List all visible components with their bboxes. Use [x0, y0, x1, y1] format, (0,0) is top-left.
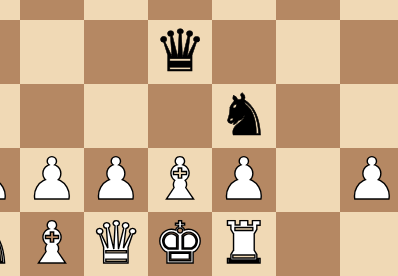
- square-h4[interactable]: [340, 20, 398, 84]
- white-queen[interactable]: ♛: [90, 211, 142, 275]
- square-g5[interactable]: [276, 0, 340, 20]
- white-knight[interactable]: ♞: [0, 211, 14, 275]
- square-f5[interactable]: [212, 0, 276, 20]
- square-c4[interactable]: [20, 20, 84, 84]
- square-d3[interactable]: [84, 84, 148, 148]
- white-rook[interactable]: ♜: [218, 211, 270, 275]
- black-knight[interactable]: ♞: [218, 83, 270, 147]
- white-pawn[interactable]: ♟: [90, 147, 142, 211]
- square-c2[interactable]: ♟: [20, 148, 84, 212]
- white-pawn[interactable]: ♟: [218, 147, 270, 211]
- square-b1[interactable]: ♞: [0, 212, 20, 276]
- square-e1[interactable]: ♚: [148, 212, 212, 276]
- square-g4[interactable]: [276, 20, 340, 84]
- square-g1[interactable]: [276, 212, 340, 276]
- square-d2[interactable]: ♟: [84, 148, 148, 212]
- square-f4[interactable]: [212, 20, 276, 84]
- square-h5[interactable]: [340, 0, 398, 20]
- square-d5[interactable]: [84, 0, 148, 20]
- square-c1[interactable]: ♝: [20, 212, 84, 276]
- square-f1[interactable]: ♜: [212, 212, 276, 276]
- square-b3[interactable]: [0, 84, 20, 148]
- white-pawn[interactable]: ♟: [346, 147, 398, 211]
- square-d1[interactable]: ♛: [84, 212, 148, 276]
- square-g3[interactable]: [276, 84, 340, 148]
- square-e2[interactable]: ♝: [148, 148, 212, 212]
- white-bishop[interactable]: ♝: [154, 147, 206, 211]
- square-e3[interactable]: [148, 84, 212, 148]
- square-f3[interactable]: ♞: [212, 84, 276, 148]
- square-g2[interactable]: [276, 148, 340, 212]
- white-pawn[interactable]: ♟: [0, 147, 14, 211]
- square-b2[interactable]: ♟: [0, 148, 20, 212]
- square-b5[interactable]: [0, 0, 20, 20]
- chess-board: ♛♞♟♟♟♝♟♟♞♝♛♚♜: [0, 0, 398, 276]
- white-king[interactable]: ♚: [154, 211, 206, 275]
- square-b4[interactable]: [0, 20, 20, 84]
- square-h2[interactable]: ♟: [340, 148, 398, 212]
- square-e4[interactable]: ♛: [148, 20, 212, 84]
- square-c3[interactable]: [20, 84, 84, 148]
- white-pawn[interactable]: ♟: [26, 147, 78, 211]
- square-f2[interactable]: ♟: [212, 148, 276, 212]
- square-c5[interactable]: [20, 0, 84, 20]
- black-queen[interactable]: ♛: [154, 19, 206, 83]
- square-h3[interactable]: [340, 84, 398, 148]
- board-grid: ♛♞♟♟♟♝♟♟♞♝♛♚♜: [0, 0, 398, 276]
- white-bishop[interactable]: ♝: [26, 211, 78, 275]
- square-d4[interactable]: [84, 20, 148, 84]
- square-h1[interactable]: [340, 212, 398, 276]
